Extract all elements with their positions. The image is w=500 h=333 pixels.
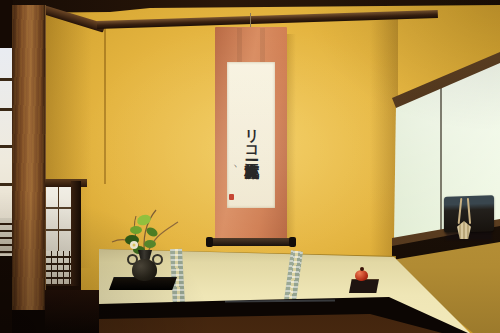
recess-corner-post (440, 88, 442, 232)
side-wood-floor (45, 290, 99, 333)
shoji-door-mullion (46, 229, 71, 231)
artist-red-seal (229, 194, 234, 200)
scroll-hanger-string (250, 13, 251, 27)
red-ornament-knob (360, 267, 364, 271)
roller-knob-right (289, 237, 296, 247)
door-frame-post (71, 181, 81, 291)
left-wall-corner-seam (104, 26, 106, 184)
scroll-calligraphy: リコー杯女流王座戦 (231, 64, 272, 207)
scroll-roller-bar (208, 238, 294, 246)
incense-mat (349, 279, 379, 293)
scroll-futai-strip (237, 28, 242, 63)
pillar-base-shadow (12, 310, 45, 333)
roller-knob-left (206, 237, 213, 247)
shoji-door-lattice (46, 251, 71, 288)
artist-signature-marks: ヽゝ (231, 160, 239, 182)
scroll-futai-strip (260, 28, 265, 63)
wood-pillar (12, 5, 46, 311)
tokonoma-room-photo: リコー杯女流王座戦 ヽゝ (0, 0, 500, 333)
shoji-door-mullion (46, 207, 71, 209)
right-side-wall-shading (370, 12, 398, 262)
red-ornament (355, 270, 368, 281)
shoji-door-mullion (58, 187, 59, 251)
bronze-vase (132, 259, 157, 281)
